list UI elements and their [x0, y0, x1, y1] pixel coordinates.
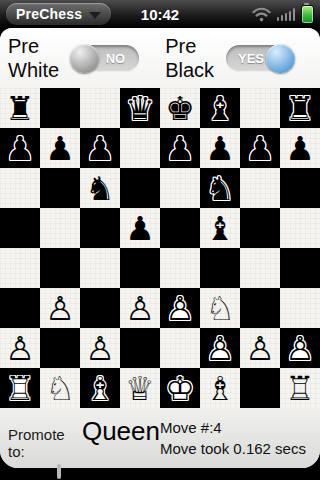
toggle-state-label: YES [238, 51, 264, 66]
square-e3[interactable]: ♟♙ [160, 288, 200, 328]
piece-wB: ♝♗ [80, 368, 120, 408]
square-d5[interactable]: ♟ [120, 208, 160, 248]
signal-strength-icon [277, 8, 295, 21]
square-b1[interactable]: ♘ [40, 368, 80, 408]
pre-black-label: Pre Black [165, 34, 214, 82]
piece-wP: ♙ [240, 328, 280, 368]
toggle-state-label: NO [106, 51, 126, 66]
square-h5[interactable] [280, 208, 320, 248]
square-b2[interactable] [40, 328, 80, 368]
piece-bN: ♞ [80, 168, 120, 208]
square-c5[interactable] [80, 208, 120, 248]
square-a3[interactable] [0, 288, 40, 328]
square-c1[interactable]: ♝♗ [80, 368, 120, 408]
wifi-icon [252, 7, 271, 22]
clock: 10:42 [141, 6, 179, 23]
piece-bP: ♟ [40, 128, 80, 168]
piece-wR: ♜♖ [0, 368, 40, 408]
square-f1[interactable]: ♗ [200, 368, 240, 408]
square-h6[interactable] [280, 168, 320, 208]
phone-screen: PreChess 10:42 Pre White NO [0, 0, 320, 480]
piece-wQ: ♕ [120, 368, 160, 408]
piece-bQ: ♛ [120, 88, 160, 128]
gesture-area[interactable] [0, 468, 320, 480]
square-e2[interactable] [160, 328, 200, 368]
square-h7[interactable]: ♟ [280, 128, 320, 168]
piece-bP: ♟ [240, 128, 280, 168]
chevron-down-icon [89, 12, 101, 19]
square-a2[interactable]: ♙ [0, 328, 40, 368]
square-b6[interactable] [40, 168, 80, 208]
piece-bK: ♚ [160, 88, 200, 128]
square-a5[interactable] [0, 208, 40, 248]
square-g3[interactable] [240, 288, 280, 328]
piece-wP: ♟♙ [160, 288, 200, 328]
square-d4[interactable] [120, 248, 160, 288]
square-d1[interactable]: ♕ [120, 368, 160, 408]
app-menu-button[interactable]: PreChess [6, 3, 111, 25]
square-d8[interactable]: ♛ [120, 88, 160, 128]
toggle-knob [266, 44, 295, 73]
app-card: Pre White NO Pre Black YES ♜♛♚♝♜♟♟♟♟♟♟♟♞… [0, 28, 320, 468]
square-c8[interactable] [80, 88, 120, 128]
square-e1[interactable]: ♚♔ [160, 368, 200, 408]
square-d6[interactable] [120, 168, 160, 208]
square-f8[interactable]: ♝ [200, 88, 240, 128]
square-h4[interactable] [280, 248, 320, 288]
square-g2[interactable]: ♙ [240, 328, 280, 368]
piece-wK: ♚♔ [160, 368, 200, 408]
square-h8[interactable]: ♜ [280, 88, 320, 128]
battery-icon [301, 5, 314, 24]
piece-wP: ♙ [120, 288, 160, 328]
chess-board: ♜♛♚♝♜♟♟♟♟♟♟♟♞♞♟♝♙♙♟♙♘♙♙♟♙♙♟♙♜♖♘♝♗♕♚♔♗♖ [0, 88, 320, 408]
square-c3[interactable] [80, 288, 120, 328]
piece-wP: ♟♙ [200, 328, 240, 368]
square-e4[interactable] [160, 248, 200, 288]
piece-wP: ♟♙ [280, 328, 320, 368]
piece-bB: ♝ [200, 88, 240, 128]
square-a4[interactable] [0, 248, 40, 288]
square-f4[interactable] [200, 248, 240, 288]
square-c4[interactable] [80, 248, 120, 288]
piece-wB: ♗ [200, 368, 240, 408]
square-e7[interactable]: ♟ [160, 128, 200, 168]
pre-black-toggle[interactable]: YES [226, 45, 294, 72]
piece-bN: ♞ [200, 168, 240, 208]
piece-wP: ♙ [40, 288, 80, 328]
square-c2[interactable]: ♙ [80, 328, 120, 368]
square-d7[interactable] [120, 128, 160, 168]
piece-wR: ♖ [280, 368, 320, 408]
square-b4[interactable] [40, 248, 80, 288]
status-bar: PreChess 10:42 [0, 0, 320, 28]
square-b7[interactable]: ♟ [40, 128, 80, 168]
square-g5[interactable] [240, 208, 280, 248]
square-g4[interactable] [240, 248, 280, 288]
toggle-knob [70, 44, 99, 73]
square-a7[interactable]: ♟ [0, 128, 40, 168]
square-c6[interactable]: ♞ [80, 168, 120, 208]
square-h2[interactable]: ♟♙ [280, 328, 320, 368]
square-f5[interactable]: ♝ [200, 208, 240, 248]
piece-wP: ♙ [80, 328, 120, 368]
square-g6[interactable] [240, 168, 280, 208]
status-panel: Promote to: Queen Move #:4 Move took 0.1… [0, 408, 320, 468]
square-h3[interactable] [280, 288, 320, 328]
gesture-indicator [57, 464, 61, 479]
square-g7[interactable]: ♟ [240, 128, 280, 168]
piece-bP: ♟ [120, 208, 160, 248]
square-h1[interactable]: ♖ [280, 368, 320, 408]
square-a1[interactable]: ♜♖ [0, 368, 40, 408]
square-f6[interactable]: ♞ [200, 168, 240, 208]
piece-bB: ♝ [200, 208, 240, 248]
promote-label: Promote to: [8, 426, 77, 460]
square-e8[interactable]: ♚ [160, 88, 200, 128]
promote-value: Queen [82, 416, 160, 447]
piece-bP: ♟ [80, 128, 120, 168]
piece-wP: ♙ [0, 328, 40, 368]
pre-move-controls: Pre White NO Pre Black YES [0, 28, 320, 88]
move-number: Move #:4 [160, 417, 312, 438]
square-f7[interactable]: ♟ [200, 128, 240, 168]
square-b3[interactable]: ♙ [40, 288, 80, 328]
piece-bP: ♟ [160, 128, 200, 168]
piece-bR: ♜ [0, 88, 40, 128]
square-f3[interactable]: ♘ [200, 288, 240, 328]
piece-wN: ♘ [200, 288, 240, 328]
app-menu-label: PreChess [16, 6, 82, 22]
square-e5[interactable] [160, 208, 200, 248]
square-g8[interactable] [240, 88, 280, 128]
square-b5[interactable] [40, 208, 80, 248]
square-f2[interactable]: ♟♙ [200, 328, 240, 368]
pre-white-toggle[interactable]: NO [71, 45, 139, 72]
move-time: Move took 0.162 secs [160, 438, 312, 459]
piece-wN: ♘ [40, 368, 80, 408]
square-e6[interactable] [160, 168, 200, 208]
square-a8[interactable]: ♜ [0, 88, 40, 128]
square-c7[interactable]: ♟ [80, 128, 120, 168]
piece-bP: ♟ [200, 128, 240, 168]
square-a6[interactable] [0, 168, 40, 208]
square-d2[interactable] [120, 328, 160, 368]
promotion-setting[interactable]: Promote to: Queen [8, 416, 160, 460]
pre-white-label: Pre White [8, 34, 59, 82]
square-g1[interactable] [240, 368, 280, 408]
piece-bP: ♟ [280, 128, 320, 168]
piece-bR: ♜ [280, 88, 320, 128]
square-d3[interactable]: ♙ [120, 288, 160, 328]
piece-bP: ♟ [0, 128, 40, 168]
move-info: Move #:4 Move took 0.162 secs [160, 417, 312, 459]
square-b8[interactable] [40, 88, 80, 128]
status-icons [252, 5, 314, 24]
